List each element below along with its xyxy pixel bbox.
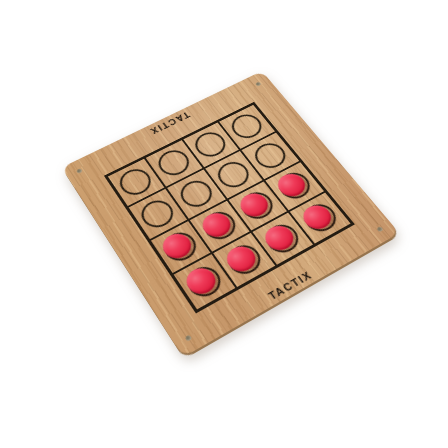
circle-marking xyxy=(190,128,231,161)
circle-marking xyxy=(136,195,179,232)
circle-marking xyxy=(174,176,216,212)
circle-marking xyxy=(249,138,291,172)
tactix-board: TACTIX TACTIX xyxy=(61,71,399,357)
circle-marking xyxy=(226,110,267,142)
red-disc[interactable] xyxy=(158,229,196,262)
circle-marking xyxy=(114,164,156,199)
circle-marking xyxy=(153,146,194,180)
photo-stage: TACTIX TACTIX xyxy=(0,0,448,448)
red-disc[interactable] xyxy=(197,209,235,241)
circle-marking xyxy=(212,157,254,192)
